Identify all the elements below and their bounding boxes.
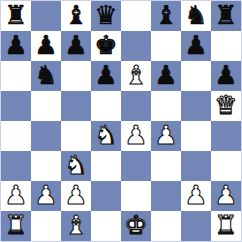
- piece-black-rook: ♜: [4, 2, 27, 28]
- square-d8[interactable]: ♛: [91, 1, 121, 31]
- square-d4[interactable]: ♞: [91, 121, 121, 151]
- square-c1[interactable]: ♝: [61, 211, 91, 241]
- piece-white-pawn: ♟: [4, 182, 27, 208]
- square-g7[interactable]: ♟: [181, 31, 211, 61]
- square-a5[interactable]: [1, 91, 31, 121]
- square-b5[interactable]: [31, 91, 61, 121]
- square-f7[interactable]: [151, 31, 181, 61]
- square-g4[interactable]: [181, 121, 211, 151]
- chess-board: ♜♝♛♝♞♜♟♟♟♚♟♞♟♝♟♟♛♞♟♟♞♟♟♟♟♟♜♝♚♜: [1, 1, 241, 241]
- square-g5[interactable]: [181, 91, 211, 121]
- piece-black-bishop: ♝: [154, 2, 177, 28]
- square-h4[interactable]: [211, 121, 241, 151]
- piece-white-pawn: ♟: [124, 122, 147, 148]
- square-e2[interactable]: [121, 181, 151, 211]
- piece-black-pawn: ♟: [94, 62, 117, 88]
- square-a1[interactable]: ♜: [1, 211, 31, 241]
- square-e6[interactable]: ♝: [121, 61, 151, 91]
- square-h8[interactable]: ♜: [211, 1, 241, 31]
- square-c2[interactable]: ♟: [61, 181, 91, 211]
- square-c8[interactable]: ♝: [61, 1, 91, 31]
- square-c5[interactable]: [61, 91, 91, 121]
- piece-black-king: ♚: [94, 32, 117, 58]
- square-b6[interactable]: ♞: [31, 61, 61, 91]
- square-f1[interactable]: [151, 211, 181, 241]
- square-e5[interactable]: [121, 91, 151, 121]
- piece-white-pawn: ♟: [154, 122, 177, 148]
- square-g1[interactable]: [181, 211, 211, 241]
- piece-white-rook: ♜: [4, 212, 27, 238]
- piece-black-pawn: ♟: [4, 32, 27, 58]
- square-h3[interactable]: [211, 151, 241, 181]
- square-f3[interactable]: [151, 151, 181, 181]
- piece-white-queen: ♛: [214, 92, 237, 118]
- square-h2[interactable]: ♟: [211, 181, 241, 211]
- square-g2[interactable]: ♟: [181, 181, 211, 211]
- piece-black-knight: ♞: [184, 2, 207, 28]
- square-a4[interactable]: [1, 121, 31, 151]
- piece-white-rook: ♜: [214, 212, 237, 238]
- square-e8[interactable]: [121, 1, 151, 31]
- square-g6[interactable]: [181, 61, 211, 91]
- square-d3[interactable]: [91, 151, 121, 181]
- piece-black-bishop: ♝: [64, 2, 87, 28]
- piece-white-pawn: ♟: [64, 182, 87, 208]
- piece-white-knight: ♞: [94, 122, 117, 148]
- square-a6[interactable]: [1, 61, 31, 91]
- piece-black-pawn: ♟: [64, 32, 87, 58]
- square-h7[interactable]: [211, 31, 241, 61]
- square-e1[interactable]: ♚: [121, 211, 151, 241]
- piece-black-pawn: ♟: [34, 32, 57, 58]
- piece-white-bishop: ♝: [124, 62, 147, 88]
- square-f5[interactable]: [151, 91, 181, 121]
- square-f6[interactable]: ♟: [151, 61, 181, 91]
- square-d2[interactable]: [91, 181, 121, 211]
- square-h6[interactable]: ♟: [211, 61, 241, 91]
- piece-white-king: ♚: [124, 212, 147, 238]
- piece-white-pawn: ♟: [34, 182, 57, 208]
- square-b7[interactable]: ♟: [31, 31, 61, 61]
- piece-black-pawn: ♟: [184, 32, 207, 58]
- piece-black-rook: ♜: [214, 2, 237, 28]
- piece-black-pawn: ♟: [214, 62, 237, 88]
- square-b8[interactable]: [31, 1, 61, 31]
- piece-black-knight: ♞: [34, 62, 57, 88]
- square-a8[interactable]: ♜: [1, 1, 31, 31]
- square-f2[interactable]: [151, 181, 181, 211]
- square-e7[interactable]: [121, 31, 151, 61]
- square-b4[interactable]: [31, 121, 61, 151]
- square-b3[interactable]: [31, 151, 61, 181]
- square-h5[interactable]: ♛: [211, 91, 241, 121]
- square-a2[interactable]: ♟: [1, 181, 31, 211]
- square-d5[interactable]: [91, 91, 121, 121]
- square-e3[interactable]: [121, 151, 151, 181]
- piece-black-queen: ♛: [94, 2, 117, 28]
- square-d1[interactable]: [91, 211, 121, 241]
- square-b2[interactable]: ♟: [31, 181, 61, 211]
- square-f4[interactable]: ♟: [151, 121, 181, 151]
- square-d7[interactable]: ♚: [91, 31, 121, 61]
- square-f8[interactable]: ♝: [151, 1, 181, 31]
- square-h1[interactable]: ♜: [211, 211, 241, 241]
- piece-black-pawn: ♟: [154, 62, 177, 88]
- square-e4[interactable]: ♟: [121, 121, 151, 151]
- square-a3[interactable]: [1, 151, 31, 181]
- piece-white-pawn: ♟: [184, 182, 207, 208]
- square-c7[interactable]: ♟: [61, 31, 91, 61]
- piece-white-bishop: ♝: [64, 212, 87, 238]
- square-c3[interactable]: ♞: [61, 151, 91, 181]
- square-b1[interactable]: [31, 211, 61, 241]
- square-g8[interactable]: ♞: [181, 1, 211, 31]
- square-c4[interactable]: [61, 121, 91, 151]
- square-c6[interactable]: [61, 61, 91, 91]
- piece-white-pawn: ♟: [214, 182, 237, 208]
- piece-white-knight: ♞: [64, 152, 87, 178]
- chess-board-frame: ♜♝♛♝♞♜♟♟♟♚♟♞♟♝♟♟♛♞♟♟♞♟♟♟♟♟♜♝♚♜: [0, 0, 242, 242]
- square-d6[interactable]: ♟: [91, 61, 121, 91]
- square-a7[interactable]: ♟: [1, 31, 31, 61]
- square-g3[interactable]: [181, 151, 211, 181]
